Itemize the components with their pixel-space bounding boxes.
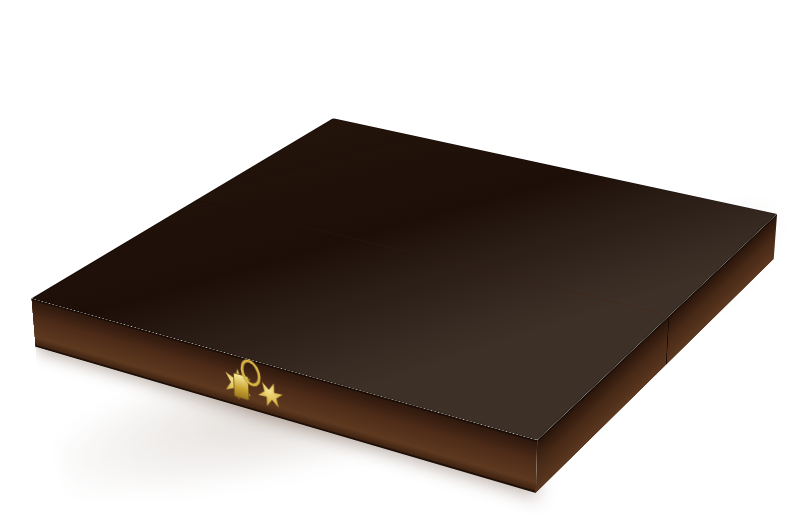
chessboard [31, 118, 777, 440]
chessboard-scene [0, 0, 800, 532]
board-top-face [31, 118, 777, 440]
product-photo-stage [0, 0, 800, 532]
fold-seam-side [666, 317, 669, 365]
